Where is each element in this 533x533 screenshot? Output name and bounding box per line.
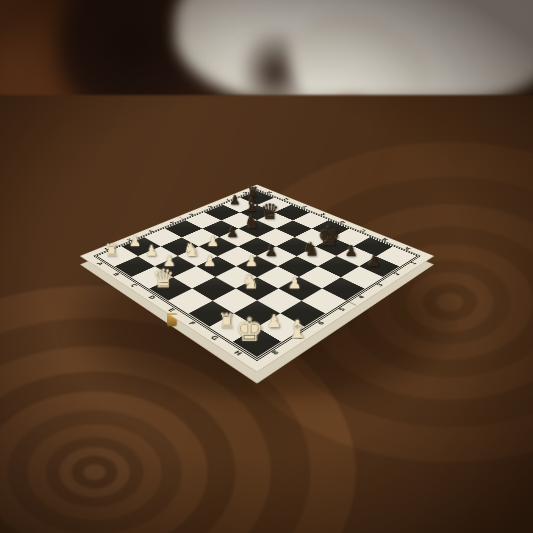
photo-scene: ABCDEFGH ABCDEFGH 12345678 12345678 ♜♟♝♛… bbox=[0, 0, 533, 533]
photo-vignette bbox=[0, 0, 533, 533]
